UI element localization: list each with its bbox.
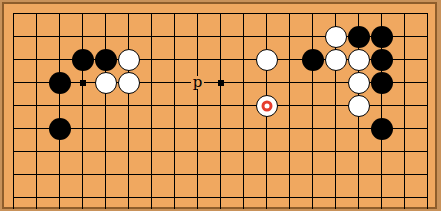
board-cell-3-9 <box>48 186 71 209</box>
black-stone <box>49 118 71 140</box>
board-cell-3-8 <box>48 163 71 186</box>
board-cell-18-2 <box>393 25 416 48</box>
black-stone <box>371 49 393 71</box>
board-cell-6-1 <box>117 2 140 25</box>
board-cell-2-6 <box>25 117 48 140</box>
board-cell-13-2 <box>278 25 301 48</box>
white-stone <box>256 49 278 71</box>
black-stone <box>72 49 94 71</box>
board-cell-7-1 <box>140 2 163 25</box>
board-cell-19-4 <box>416 71 439 94</box>
board-cell-1-3 <box>2 48 25 71</box>
board-cell-3-5 <box>48 94 71 117</box>
board-cell-17-8 <box>370 163 393 186</box>
board-cell-17-9 <box>370 186 393 209</box>
board-cell-1-4 <box>2 71 25 94</box>
board-cell-19-6 <box>416 117 439 140</box>
board-cell-18-5 <box>393 94 416 117</box>
board-cell-18-3 <box>393 48 416 71</box>
board-cell-2-3 <box>25 48 48 71</box>
board-cell-8-3 <box>163 48 186 71</box>
board-cell-16-2 <box>347 25 370 48</box>
board-cell-16-8 <box>347 163 370 186</box>
board-cell-1-9 <box>2 186 25 209</box>
board-cell-18-7 <box>393 140 416 163</box>
star-point <box>80 80 86 86</box>
board-cell-10-6 <box>209 117 232 140</box>
board-cell-1-5 <box>2 94 25 117</box>
board-cell-4-7 <box>71 140 94 163</box>
board-cell-11-5 <box>232 94 255 117</box>
board-cell-10-8 <box>209 163 232 186</box>
white-stone-marked <box>256 95 278 117</box>
board-cell-1-7 <box>2 140 25 163</box>
board-cell-7-3 <box>140 48 163 71</box>
white-stone <box>325 49 347 71</box>
white-stone <box>348 49 370 71</box>
star-point <box>218 80 224 86</box>
board-cell-5-5 <box>94 94 117 117</box>
board-cell-12-8 <box>255 163 278 186</box>
board-cell-15-2 <box>324 25 347 48</box>
go-board-diagram: p <box>0 0 441 211</box>
board-cell-12-9 <box>255 186 278 209</box>
board-cell-19-3 <box>416 48 439 71</box>
board-cell-5-8 <box>94 163 117 186</box>
board-cell-7-6 <box>140 117 163 140</box>
board-cell-14-4 <box>301 71 324 94</box>
board-cell-19-5 <box>416 94 439 117</box>
board-cell-18-6 <box>393 117 416 140</box>
board-cell-19-7 <box>416 140 439 163</box>
board-cell-10-9 <box>209 186 232 209</box>
board-cell-14-1 <box>301 2 324 25</box>
board-cell-5-9 <box>94 186 117 209</box>
board-cell-12-6 <box>255 117 278 140</box>
board-cell-2-5 <box>25 94 48 117</box>
board-cell-14-7 <box>301 140 324 163</box>
board-cell-17-3 <box>370 48 393 71</box>
board-cell-8-5 <box>163 94 186 117</box>
board-cell-18-9 <box>393 186 416 209</box>
board-cell-16-9 <box>347 186 370 209</box>
board-cell-10-3 <box>209 48 232 71</box>
board-cell-6-8 <box>117 163 140 186</box>
board-cell-12-7 <box>255 140 278 163</box>
board-cell-3-6 <box>48 117 71 140</box>
board-cell-3-7 <box>48 140 71 163</box>
point-label-text: p <box>191 76 205 89</box>
board-cell-11-4 <box>232 71 255 94</box>
board-cell-6-9 <box>117 186 140 209</box>
board-cell-17-7 <box>370 140 393 163</box>
board-cell-6-4 <box>117 71 140 94</box>
board-cell-5-1 <box>94 2 117 25</box>
board-cell-4-3 <box>71 48 94 71</box>
board-cell-2-7 <box>25 140 48 163</box>
board-cell-19-8 <box>416 163 439 186</box>
board-cell-5-7 <box>94 140 117 163</box>
board-cell-6-7 <box>117 140 140 163</box>
board-cell-9-3 <box>186 48 209 71</box>
board-cell-3-2 <box>48 25 71 48</box>
board-cell-14-5 <box>301 94 324 117</box>
board-cell-12-1 <box>255 2 278 25</box>
board-cell-9-7 <box>186 140 209 163</box>
board-cell-17-5 <box>370 94 393 117</box>
board-cell-18-4 <box>393 71 416 94</box>
board-cell-9-4: p <box>186 71 209 94</box>
board-cell-15-7 <box>324 140 347 163</box>
board-cell-5-3 <box>94 48 117 71</box>
board-cell-14-9 <box>301 186 324 209</box>
board-cell-4-4 <box>71 71 94 94</box>
board-cell-10-2 <box>209 25 232 48</box>
board-cell-17-4 <box>370 71 393 94</box>
board-cell-16-7 <box>347 140 370 163</box>
board-cell-14-8 <box>301 163 324 186</box>
board-grid: p <box>2 2 439 209</box>
board-cell-5-2 <box>94 25 117 48</box>
board-cell-16-6 <box>347 117 370 140</box>
white-stone <box>348 72 370 94</box>
black-stone <box>302 49 324 71</box>
board-cell-11-8 <box>232 163 255 186</box>
board-cell-4-6 <box>71 117 94 140</box>
board-cell-13-3 <box>278 48 301 71</box>
board-cell-16-1 <box>347 2 370 25</box>
board-cell-10-7 <box>209 140 232 163</box>
board-cell-9-1 <box>186 2 209 25</box>
board-cell-3-3 <box>48 48 71 71</box>
board-cell-2-4 <box>25 71 48 94</box>
board-cell-19-1 <box>416 2 439 25</box>
board-cell-12-5 <box>255 94 278 117</box>
board-cell-13-5 <box>278 94 301 117</box>
point-label-p: p <box>186 71 209 94</box>
black-stone <box>371 72 393 94</box>
board-cell-15-5 <box>324 94 347 117</box>
board-cell-15-3 <box>324 48 347 71</box>
board-cell-12-2 <box>255 25 278 48</box>
board-cell-3-1 <box>48 2 71 25</box>
board-cell-8-7 <box>163 140 186 163</box>
board-cell-16-3 <box>347 48 370 71</box>
board-cell-16-5 <box>347 94 370 117</box>
black-stone <box>49 72 71 94</box>
board-cell-16-4 <box>347 71 370 94</box>
board-cell-19-9 <box>416 186 439 209</box>
board-cell-19-2 <box>416 25 439 48</box>
board-cell-13-6 <box>278 117 301 140</box>
board-cell-11-6 <box>232 117 255 140</box>
board-cell-12-4 <box>255 71 278 94</box>
black-stone <box>371 118 393 140</box>
board-cell-13-1 <box>278 2 301 25</box>
board-cell-2-1 <box>25 2 48 25</box>
board-cell-6-6 <box>117 117 140 140</box>
board-cell-7-7 <box>140 140 163 163</box>
board-cell-1-2 <box>2 25 25 48</box>
board-cell-6-5 <box>117 94 140 117</box>
board-cell-10-4 <box>209 71 232 94</box>
board-cell-13-9 <box>278 186 301 209</box>
board-cell-17-1 <box>370 2 393 25</box>
board-cell-11-2 <box>232 25 255 48</box>
board-cell-7-5 <box>140 94 163 117</box>
board-cell-1-6 <box>2 117 25 140</box>
board-cell-13-7 <box>278 140 301 163</box>
board-cell-6-3 <box>117 48 140 71</box>
board-cell-2-9 <box>25 186 48 209</box>
board-cell-11-1 <box>232 2 255 25</box>
board-cell-10-1 <box>209 2 232 25</box>
board-cell-8-4 <box>163 71 186 94</box>
board-cell-2-8 <box>25 163 48 186</box>
board-cell-10-5 <box>209 94 232 117</box>
board-cell-14-2 <box>301 25 324 48</box>
board-cell-3-4 <box>48 71 71 94</box>
board-cell-1-8 <box>2 163 25 186</box>
board-cell-8-2 <box>163 25 186 48</box>
board-cell-4-8 <box>71 163 94 186</box>
board-cell-8-8 <box>163 163 186 186</box>
white-stone <box>325 26 347 48</box>
board-cell-9-8 <box>186 163 209 186</box>
board-cell-11-3 <box>232 48 255 71</box>
board-cell-15-6 <box>324 117 347 140</box>
board-cell-14-3 <box>301 48 324 71</box>
board-cell-7-2 <box>140 25 163 48</box>
board-cell-4-5 <box>71 94 94 117</box>
board-cell-15-9 <box>324 186 347 209</box>
board-cell-17-2 <box>370 25 393 48</box>
board-cell-8-6 <box>163 117 186 140</box>
board-cell-9-2 <box>186 25 209 48</box>
board-cell-9-6 <box>186 117 209 140</box>
black-stone <box>95 49 117 71</box>
board-cell-5-4 <box>94 71 117 94</box>
board-cell-11-7 <box>232 140 255 163</box>
black-stone <box>348 26 370 48</box>
board-cell-6-2 <box>117 25 140 48</box>
board-cell-13-8 <box>278 163 301 186</box>
board-cell-2-2 <box>25 25 48 48</box>
board-cell-11-9 <box>232 186 255 209</box>
board-cell-8-9 <box>163 186 186 209</box>
board-cell-18-1 <box>393 2 416 25</box>
board-cell-17-6 <box>370 117 393 140</box>
board-cell-13-4 <box>278 71 301 94</box>
board-cell-9-9 <box>186 186 209 209</box>
white-stone <box>118 49 140 71</box>
board-cell-1-1 <box>2 2 25 25</box>
board-cell-14-6 <box>301 117 324 140</box>
board-cell-7-4 <box>140 71 163 94</box>
board-cell-9-5 <box>186 94 209 117</box>
white-stone <box>95 72 117 94</box>
board-cell-5-6 <box>94 117 117 140</box>
board-cell-12-3 <box>255 48 278 71</box>
board-cell-4-1 <box>71 2 94 25</box>
white-stone <box>118 72 140 94</box>
black-stone <box>371 26 393 48</box>
white-stone <box>348 95 370 117</box>
board-cell-18-8 <box>393 163 416 186</box>
board-cell-4-9 <box>71 186 94 209</box>
board-cell-15-8 <box>324 163 347 186</box>
board-cell-15-1 <box>324 2 347 25</box>
board-cell-7-9 <box>140 186 163 209</box>
board-cell-8-1 <box>163 2 186 25</box>
board-cell-15-4 <box>324 71 347 94</box>
board-cell-7-8 <box>140 163 163 186</box>
board-cell-4-2 <box>71 25 94 48</box>
